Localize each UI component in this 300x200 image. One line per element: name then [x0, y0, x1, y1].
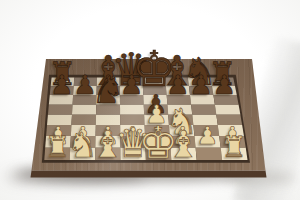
piece-white-bishop-f1[interactable]: ♝: [167, 127, 200, 163]
piece-black-pawn-a7[interactable]: ♟: [50, 71, 74, 97]
piece-black-knight-c6[interactable]: ♞: [91, 72, 125, 109]
piece-black-pawn-f7[interactable]: ♟: [166, 71, 190, 97]
board-pieces: ♜♝♛♚♝♞♜♟♟♟♟♟♟♟♞♟♟♞♟♟♟♟♟♟♟♜♞♝♛♚♝♜: [0, 0, 300, 200]
piece-black-pawn-h7[interactable]: ♟: [212, 71, 236, 97]
piece-white-rook-h1[interactable]: ♜: [221, 133, 247, 162]
chessboard-product-photo: ♜♝♛♚♝♞♜♟♟♟♟♟♟♟♞♟♟♞♟♟♟♟♟♟♟♜♞♝♛♚♝♜: [0, 0, 300, 200]
piece-black-pawn-g7[interactable]: ♟: [189, 71, 213, 97]
